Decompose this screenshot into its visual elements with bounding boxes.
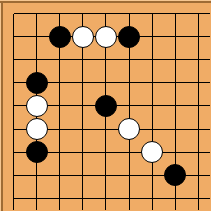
go-board-diagram bbox=[0, 0, 211, 211]
board-intersection[interactable] bbox=[164, 25, 187, 48]
board-intersection[interactable] bbox=[2, 187, 25, 210]
board-intersection[interactable] bbox=[141, 187, 164, 210]
board-intersection[interactable] bbox=[71, 164, 94, 187]
white-stone[interactable] bbox=[26, 95, 48, 117]
board-intersection[interactable] bbox=[94, 94, 117, 117]
board-intersection[interactable] bbox=[25, 118, 48, 141]
board-intersection[interactable] bbox=[118, 48, 141, 71]
board-intersection[interactable] bbox=[71, 94, 94, 117]
board-intersection[interactable] bbox=[48, 71, 71, 94]
board-intersection[interactable] bbox=[164, 2, 187, 25]
board-intersection[interactable] bbox=[71, 25, 94, 48]
board-intersection[interactable] bbox=[48, 48, 71, 71]
board-intersection[interactable] bbox=[164, 187, 187, 210]
board-intersection[interactable] bbox=[94, 71, 117, 94]
board-intersection[interactable] bbox=[25, 71, 48, 94]
board-intersection[interactable] bbox=[187, 187, 210, 210]
black-stone[interactable] bbox=[49, 26, 71, 48]
board-intersection[interactable] bbox=[187, 71, 210, 94]
board-intersection[interactable] bbox=[141, 141, 164, 164]
board-intersection[interactable] bbox=[118, 187, 141, 210]
board-intersection[interactable] bbox=[118, 94, 141, 117]
board-intersection[interactable] bbox=[118, 25, 141, 48]
go-board-grid bbox=[2, 2, 210, 210]
board-intersection[interactable] bbox=[164, 48, 187, 71]
board-intersection[interactable] bbox=[2, 71, 25, 94]
board-intersection[interactable] bbox=[25, 94, 48, 117]
white-stone[interactable] bbox=[95, 26, 117, 48]
board-intersection[interactable] bbox=[48, 164, 71, 187]
white-stone[interactable] bbox=[141, 141, 163, 163]
board-intersection[interactable] bbox=[118, 118, 141, 141]
board-intersection[interactable] bbox=[187, 25, 210, 48]
board-intersection[interactable] bbox=[94, 48, 117, 71]
board-intersection[interactable] bbox=[187, 94, 210, 117]
board-intersection[interactable] bbox=[2, 48, 25, 71]
board-intersection[interactable] bbox=[2, 25, 25, 48]
board-intersection[interactable] bbox=[94, 118, 117, 141]
board-intersection[interactable] bbox=[25, 48, 48, 71]
board-intersection[interactable] bbox=[118, 71, 141, 94]
board-intersection[interactable] bbox=[164, 94, 187, 117]
board-intersection[interactable] bbox=[141, 2, 164, 25]
board-intersection[interactable] bbox=[187, 164, 210, 187]
board-intersection[interactable] bbox=[48, 94, 71, 117]
board-intersection[interactable] bbox=[2, 164, 25, 187]
black-stone[interactable] bbox=[95, 95, 117, 117]
board-intersection[interactable] bbox=[71, 48, 94, 71]
board-intersection[interactable] bbox=[118, 141, 141, 164]
board-intersection[interactable] bbox=[48, 187, 71, 210]
board-intersection[interactable] bbox=[94, 2, 117, 25]
board-intersection[interactable] bbox=[71, 118, 94, 141]
board-intersection[interactable] bbox=[187, 118, 210, 141]
board-intersection[interactable] bbox=[141, 48, 164, 71]
board-intersection[interactable] bbox=[2, 118, 25, 141]
board-intersection[interactable] bbox=[141, 164, 164, 187]
board-intersection[interactable] bbox=[48, 118, 71, 141]
board-intersection[interactable] bbox=[94, 141, 117, 164]
board-intersection[interactable] bbox=[187, 141, 210, 164]
board-intersection[interactable] bbox=[187, 48, 210, 71]
board-intersection[interactable] bbox=[141, 94, 164, 117]
board-intersection[interactable] bbox=[25, 164, 48, 187]
board-intersection[interactable] bbox=[2, 94, 25, 117]
board-intersection[interactable] bbox=[164, 141, 187, 164]
white-stone[interactable] bbox=[26, 118, 48, 140]
black-stone[interactable] bbox=[164, 164, 186, 186]
board-intersection[interactable] bbox=[164, 164, 187, 187]
board-intersection[interactable] bbox=[164, 118, 187, 141]
board-intersection[interactable] bbox=[71, 141, 94, 164]
board-intersection[interactable] bbox=[71, 71, 94, 94]
board-intersection[interactable] bbox=[48, 141, 71, 164]
board-intersection[interactable] bbox=[118, 164, 141, 187]
board-intersection[interactable] bbox=[71, 2, 94, 25]
board-intersection[interactable] bbox=[48, 25, 71, 48]
board-intersection[interactable] bbox=[164, 71, 187, 94]
board-intersection[interactable] bbox=[94, 164, 117, 187]
board-intersection[interactable] bbox=[187, 2, 210, 25]
white-stone[interactable] bbox=[118, 118, 140, 140]
board-intersection[interactable] bbox=[94, 25, 117, 48]
board-intersection[interactable] bbox=[2, 141, 25, 164]
black-stone[interactable] bbox=[26, 141, 48, 163]
black-stone[interactable] bbox=[26, 72, 48, 94]
white-stone[interactable] bbox=[72, 26, 94, 48]
board-intersection[interactable] bbox=[25, 25, 48, 48]
board-intersection[interactable] bbox=[118, 2, 141, 25]
board-intersection[interactable] bbox=[141, 118, 164, 141]
board-intersection[interactable] bbox=[94, 187, 117, 210]
board-intersection[interactable] bbox=[25, 2, 48, 25]
black-stone[interactable] bbox=[118, 26, 140, 48]
board-intersection[interactable] bbox=[25, 187, 48, 210]
board-intersection[interactable] bbox=[25, 141, 48, 164]
board-intersection[interactable] bbox=[141, 71, 164, 94]
board-intersection[interactable] bbox=[71, 187, 94, 210]
board-intersection[interactable] bbox=[141, 25, 164, 48]
board-intersection[interactable] bbox=[2, 2, 25, 25]
board-intersection[interactable] bbox=[48, 2, 71, 25]
